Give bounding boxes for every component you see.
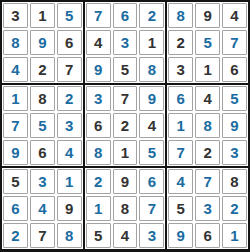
cell-r3c9[interactable]: 6 bbox=[222, 57, 247, 82]
box-3-2: 296187543 bbox=[85, 168, 166, 249]
cell-r8c1[interactable]: 6 bbox=[3, 196, 28, 221]
cell-r2c4[interactable]: 4 bbox=[86, 30, 111, 55]
cell-r1c3[interactable]: 5 bbox=[57, 3, 82, 28]
box-2-1: 182753964 bbox=[2, 85, 83, 166]
cell-r5c7[interactable]: 1 bbox=[168, 113, 193, 138]
cell-r4c9[interactable]: 5 bbox=[222, 86, 247, 111]
cell-r8c3[interactable]: 9 bbox=[57, 196, 82, 221]
cell-r4c7[interactable]: 6 bbox=[168, 86, 193, 111]
cell-r3c2[interactable]: 2 bbox=[30, 57, 55, 82]
cell-r1c8[interactable]: 9 bbox=[195, 3, 220, 28]
cell-r1c9[interactable]: 4 bbox=[222, 3, 247, 28]
sudoku-board: 3158964277624319588942573161827539643796… bbox=[0, 0, 250, 252]
cell-r8c9[interactable]: 2 bbox=[222, 196, 247, 221]
cell-r4c5[interactable]: 7 bbox=[113, 86, 138, 111]
cell-r5c6[interactable]: 4 bbox=[139, 113, 164, 138]
cell-r4c6[interactable]: 9 bbox=[139, 86, 164, 111]
cell-r7c7[interactable]: 4 bbox=[168, 169, 193, 194]
cell-r5c2[interactable]: 5 bbox=[30, 113, 55, 138]
cell-r5c4[interactable]: 6 bbox=[86, 113, 111, 138]
box-3-1: 531649278 bbox=[2, 168, 83, 249]
cell-r9c8[interactable]: 6 bbox=[195, 223, 220, 248]
cell-r4c8[interactable]: 4 bbox=[195, 86, 220, 111]
cell-r3c6[interactable]: 8 bbox=[139, 57, 164, 82]
cell-r1c4[interactable]: 7 bbox=[86, 3, 111, 28]
cell-r2c9[interactable]: 7 bbox=[222, 30, 247, 55]
cell-r3c1[interactable]: 4 bbox=[3, 57, 28, 82]
cell-r9c4[interactable]: 5 bbox=[86, 223, 111, 248]
cell-r3c5[interactable]: 5 bbox=[113, 57, 138, 82]
box-1-1: 315896427 bbox=[2, 2, 83, 83]
cell-r2c3[interactable]: 6 bbox=[57, 30, 82, 55]
cell-r7c9[interactable]: 8 bbox=[222, 169, 247, 194]
cell-r1c1[interactable]: 3 bbox=[3, 3, 28, 28]
cell-r2c6[interactable]: 1 bbox=[139, 30, 164, 55]
cell-r2c7[interactable]: 2 bbox=[168, 30, 193, 55]
cell-r8c5[interactable]: 8 bbox=[113, 196, 138, 221]
cell-r3c8[interactable]: 1 bbox=[195, 57, 220, 82]
cell-r5c9[interactable]: 9 bbox=[222, 113, 247, 138]
box-1-3: 894257316 bbox=[167, 2, 248, 83]
cell-r8c2[interactable]: 4 bbox=[30, 196, 55, 221]
cell-r4c1[interactable]: 1 bbox=[3, 86, 28, 111]
cell-r7c2[interactable]: 3 bbox=[30, 169, 55, 194]
cell-r8c4[interactable]: 1 bbox=[86, 196, 111, 221]
cell-r8c6[interactable]: 7 bbox=[139, 196, 164, 221]
cell-r1c6[interactable]: 2 bbox=[139, 3, 164, 28]
box-2-2: 379624815 bbox=[85, 85, 166, 166]
box-1-2: 762431958 bbox=[85, 2, 166, 83]
box-2-3: 645189723 bbox=[167, 85, 248, 166]
cell-r8c7[interactable]: 5 bbox=[168, 196, 193, 221]
cell-r9c3[interactable]: 8 bbox=[57, 223, 82, 248]
cell-r9c7[interactable]: 9 bbox=[168, 223, 193, 248]
cell-r9c2[interactable]: 7 bbox=[30, 223, 55, 248]
cell-r8c8[interactable]: 3 bbox=[195, 196, 220, 221]
cell-r9c6[interactable]: 3 bbox=[139, 223, 164, 248]
cell-r2c5[interactable]: 3 bbox=[113, 30, 138, 55]
cell-r9c5[interactable]: 4 bbox=[113, 223, 138, 248]
cell-r5c1[interactable]: 7 bbox=[3, 113, 28, 138]
cell-r6c6[interactable]: 5 bbox=[139, 140, 164, 165]
cell-r2c2[interactable]: 9 bbox=[30, 30, 55, 55]
cell-r6c1[interactable]: 9 bbox=[3, 140, 28, 165]
cell-r7c5[interactable]: 9 bbox=[113, 169, 138, 194]
cell-r9c1[interactable]: 2 bbox=[3, 223, 28, 248]
cell-r2c1[interactable]: 8 bbox=[3, 30, 28, 55]
cell-r5c8[interactable]: 8 bbox=[195, 113, 220, 138]
cell-r3c3[interactable]: 7 bbox=[57, 57, 82, 82]
cell-r5c5[interactable]: 2 bbox=[113, 113, 138, 138]
cell-r1c5[interactable]: 6 bbox=[113, 3, 138, 28]
cell-r9c9[interactable]: 1 bbox=[222, 223, 247, 248]
cell-r6c9[interactable]: 3 bbox=[222, 140, 247, 165]
cell-r4c4[interactable]: 3 bbox=[86, 86, 111, 111]
cell-r1c2[interactable]: 1 bbox=[30, 3, 55, 28]
cell-r6c5[interactable]: 1 bbox=[113, 140, 138, 165]
cell-r1c7[interactable]: 8 bbox=[168, 3, 193, 28]
cell-r4c2[interactable]: 8 bbox=[30, 86, 55, 111]
cell-r6c2[interactable]: 6 bbox=[30, 140, 55, 165]
cell-r7c4[interactable]: 2 bbox=[86, 169, 111, 194]
cell-r4c3[interactable]: 2 bbox=[57, 86, 82, 111]
cell-r3c7[interactable]: 3 bbox=[168, 57, 193, 82]
cell-r6c7[interactable]: 7 bbox=[168, 140, 193, 165]
cell-r3c4[interactable]: 9 bbox=[86, 57, 111, 82]
box-3-3: 478532961 bbox=[167, 168, 248, 249]
cell-r2c8[interactable]: 5 bbox=[195, 30, 220, 55]
cell-r6c3[interactable]: 4 bbox=[57, 140, 82, 165]
cell-r7c1[interactable]: 5 bbox=[3, 169, 28, 194]
cell-r7c8[interactable]: 7 bbox=[195, 169, 220, 194]
cell-r7c3[interactable]: 1 bbox=[57, 169, 82, 194]
cell-r5c3[interactable]: 3 bbox=[57, 113, 82, 138]
cell-r6c8[interactable]: 2 bbox=[195, 140, 220, 165]
cell-r6c4[interactable]: 8 bbox=[86, 140, 111, 165]
cell-r7c6[interactable]: 6 bbox=[139, 169, 164, 194]
